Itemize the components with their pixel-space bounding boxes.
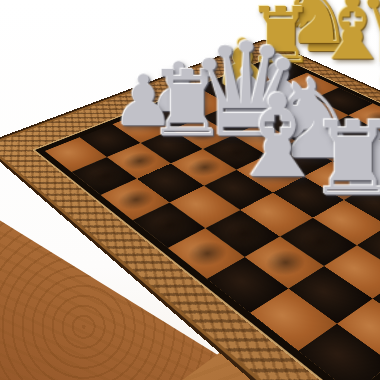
chess-board: ♟♟♟♜♞♟♜♟♟♝♛♛♟♟♝♞♚♟♜♟: [35, 55, 380, 380]
chess-set-photo: ♟♟♟♜♞♟♜♟♟♝♛♛♟♟♝♞♚♟♜♟: [0, 0, 380, 380]
piece-silver-rook-b3: ♜: [307, 108, 380, 211]
board-scene: ♟♟♟♜♞♟♜♟♟♝♛♛♟♟♝♞♚♟♜♟: [0, 0, 380, 380]
board-frame: ♟♟♟♜♞♟♜♟♟♝♛♛♟♟♝♞♚♟♜♟: [0, 42, 380, 380]
chess-board-3d: ♟♟♟♜♞♟♜♟♟♝♛♛♟♟♝♞♚♟♜♟: [0, 42, 380, 380]
